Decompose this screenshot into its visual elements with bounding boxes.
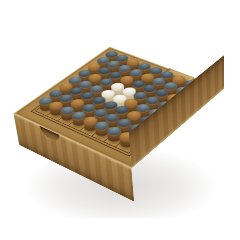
reversi-board-box [13,47,223,169]
camera-tilt-wrapper [0,0,240,240]
drawer-finger-notch [40,126,61,143]
product-photo-stage [0,0,240,240]
